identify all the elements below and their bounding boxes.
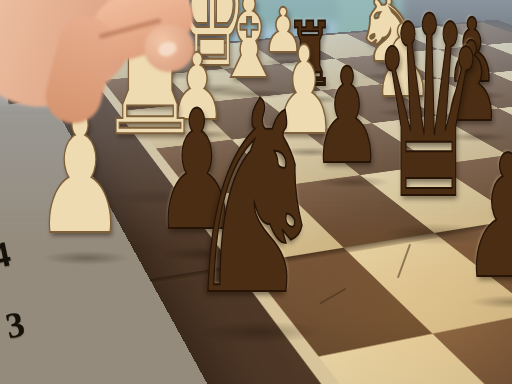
chess-photo-scene: 4 3 ♟♛♞♚♝♟♜♟♟♟♟♜♟♛♟♟♟♞ <box>0 0 512 384</box>
pawn-glyph: ♟ <box>461 132 512 302</box>
pawn-glyph: ♟ <box>34 93 126 258</box>
knight-glyph: ♞ <box>181 67 328 332</box>
